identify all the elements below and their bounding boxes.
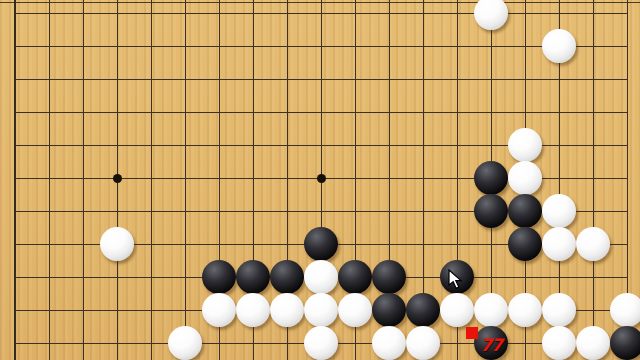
black-stone: [304, 227, 338, 261]
black-stone: [474, 161, 508, 195]
white-stone: [304, 326, 338, 360]
grid-hline: [15, 79, 628, 80]
white-stone: [508, 293, 542, 327]
white-stone: [576, 227, 610, 261]
white-stone: [270, 293, 304, 327]
black-stone: [610, 326, 640, 360]
black-stone: [236, 260, 270, 294]
black-stone: [338, 260, 372, 294]
grid-hline: [15, 13, 628, 14]
white-stone: [406, 326, 440, 360]
grid-vline: [593, 0, 594, 360]
white-stone: [508, 128, 542, 162]
grid-hline: [15, 46, 628, 47]
grid-vline: [151, 0, 152, 360]
black-stone: [406, 293, 440, 327]
white-stone: [474, 0, 508, 30]
move-number-label: 77: [474, 328, 508, 360]
white-stone: [304, 260, 338, 294]
white-stone: [576, 326, 610, 360]
white-stone: [338, 293, 372, 327]
white-stone: [440, 293, 474, 327]
black-stone: [372, 293, 406, 327]
white-stone: [542, 29, 576, 63]
white-stone: [542, 326, 576, 360]
white-stone: [474, 293, 508, 327]
white-stone: [542, 293, 576, 327]
grid-vline: [14, 0, 16, 360]
black-stone: [202, 260, 236, 294]
grid-vline: [49, 0, 50, 360]
grid-vline: [83, 0, 84, 360]
white-stone: [202, 293, 236, 327]
white-stone: [542, 194, 576, 228]
black-stone: [270, 260, 304, 294]
top-edge-line: [0, 2, 640, 3]
white-stone: [236, 293, 270, 327]
star-point: [113, 174, 122, 183]
white-stone: [610, 293, 640, 327]
black-stone: [372, 260, 406, 294]
black-stone: [508, 194, 542, 228]
white-stone: [542, 227, 576, 261]
go-board[interactable]: 77: [0, 0, 640, 360]
white-stone: [304, 293, 338, 327]
star-point: [317, 174, 326, 183]
mouse-cursor-icon: [448, 269, 463, 290]
white-stone: [372, 326, 406, 360]
grid-hline: [15, 112, 628, 113]
white-stone: [100, 227, 134, 261]
white-stone: [508, 161, 542, 195]
black-stone: [474, 194, 508, 228]
grid-vline: [185, 0, 186, 360]
black-stone: [508, 227, 542, 261]
white-stone: [168, 326, 202, 360]
